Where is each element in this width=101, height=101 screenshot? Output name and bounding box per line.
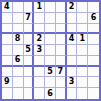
cell-r3c5[interactable] bbox=[45, 24, 56, 35]
cell-r3c1[interactable] bbox=[2, 24, 13, 35]
cell-r4c6[interactable] bbox=[56, 34, 67, 45]
cell-r1c3[interactable] bbox=[24, 2, 35, 13]
cell-r1c4[interactable]: 1 bbox=[34, 2, 45, 13]
cell-r6c5[interactable] bbox=[45, 56, 56, 67]
cell-r8c5[interactable] bbox=[45, 77, 56, 88]
cell-r5c4[interactable]: 3 bbox=[34, 45, 45, 56]
cell-r7c9[interactable] bbox=[88, 67, 99, 78]
cell-r8c9[interactable] bbox=[88, 77, 99, 88]
cell-r9c4[interactable] bbox=[34, 88, 45, 99]
cell-r9c3[interactable] bbox=[24, 88, 35, 99]
cell-r9c6[interactable] bbox=[56, 88, 67, 99]
cell-r4c9[interactable] bbox=[88, 34, 99, 45]
cell-r8c8[interactable] bbox=[77, 77, 88, 88]
cell-r7c6[interactable]: 7 bbox=[56, 67, 67, 78]
cell-r1c2[interactable] bbox=[13, 2, 24, 13]
cell-r6c8[interactable] bbox=[77, 56, 88, 67]
cell-r1c9[interactable] bbox=[88, 2, 99, 13]
cell-r3c6[interactable] bbox=[56, 24, 67, 35]
cell-r9c9[interactable] bbox=[88, 88, 99, 99]
cell-r3c9[interactable] bbox=[88, 24, 99, 35]
cell-r3c2[interactable] bbox=[13, 24, 24, 35]
cell-r2c6[interactable] bbox=[56, 13, 67, 24]
cell-r5c1[interactable] bbox=[2, 45, 13, 56]
cell-r2c5[interactable] bbox=[45, 13, 56, 24]
cell-r4c3[interactable] bbox=[24, 34, 35, 45]
cell-r6c6[interactable] bbox=[56, 56, 67, 67]
cell-r2c8[interactable] bbox=[77, 13, 88, 24]
cell-r5c7[interactable] bbox=[67, 45, 78, 56]
cell-r2c9[interactable]: 6 bbox=[88, 13, 99, 24]
cell-r6c4[interactable] bbox=[34, 56, 45, 67]
cell-r8c7[interactable]: 3 bbox=[67, 77, 78, 88]
cell-r8c6[interactable] bbox=[56, 77, 67, 88]
cell-r7c4[interactable] bbox=[34, 67, 45, 78]
cell-r7c8[interactable] bbox=[77, 67, 88, 78]
cell-r2c7[interactable] bbox=[67, 13, 78, 24]
cell-r5c8[interactable] bbox=[77, 45, 88, 56]
cell-r4c8[interactable]: 1 bbox=[77, 34, 88, 45]
cell-r8c4[interactable] bbox=[34, 77, 45, 88]
cell-r6c2[interactable]: 6 bbox=[13, 56, 24, 67]
cell-r4c1[interactable] bbox=[2, 34, 13, 45]
cell-r9c1[interactable] bbox=[2, 88, 13, 99]
cell-r7c2[interactable] bbox=[13, 67, 24, 78]
cell-r7c5[interactable]: 5 bbox=[45, 67, 56, 78]
cell-r1c6[interactable] bbox=[56, 2, 67, 13]
cell-r4c2[interactable]: 8 bbox=[13, 34, 24, 45]
cell-r1c8[interactable] bbox=[77, 2, 88, 13]
cell-r9c8[interactable] bbox=[77, 88, 88, 99]
cell-r1c1[interactable]: 4 bbox=[2, 2, 13, 13]
cell-r7c3[interactable] bbox=[24, 67, 35, 78]
cell-r8c1[interactable]: 9 bbox=[2, 77, 13, 88]
cell-r1c7[interactable]: 2 bbox=[67, 2, 78, 13]
cell-r4c7[interactable]: 4 bbox=[67, 34, 78, 45]
cell-r7c1[interactable] bbox=[2, 67, 13, 78]
cell-r6c7[interactable] bbox=[67, 56, 78, 67]
sudoku-board: 41276824153657936 bbox=[0, 0, 101, 101]
cell-r6c9[interactable] bbox=[88, 56, 99, 67]
cell-r5c5[interactable] bbox=[45, 45, 56, 56]
cell-r3c8[interactable] bbox=[77, 24, 88, 35]
cell-r9c5[interactable]: 6 bbox=[45, 88, 56, 99]
cell-r1c5[interactable] bbox=[45, 2, 56, 13]
cell-r6c3[interactable] bbox=[24, 56, 35, 67]
cell-r9c2[interactable] bbox=[13, 88, 24, 99]
cell-r8c3[interactable] bbox=[24, 77, 35, 88]
cell-r5c3[interactable]: 5 bbox=[24, 45, 35, 56]
cell-r4c5[interactable] bbox=[45, 34, 56, 45]
cell-r3c7[interactable] bbox=[67, 24, 78, 35]
cell-r3c4[interactable] bbox=[34, 24, 45, 35]
cell-r2c1[interactable] bbox=[2, 13, 13, 24]
cell-r6c1[interactable] bbox=[2, 56, 13, 67]
cell-r5c2[interactable] bbox=[13, 45, 24, 56]
cell-r9c7[interactable] bbox=[67, 88, 78, 99]
cell-r4c4[interactable]: 2 bbox=[34, 34, 45, 45]
cell-r2c2[interactable] bbox=[13, 13, 24, 24]
cell-r3c3[interactable] bbox=[24, 24, 35, 35]
cell-r2c4[interactable] bbox=[34, 13, 45, 24]
cell-r7c7[interactable] bbox=[67, 67, 78, 78]
cell-r5c6[interactable] bbox=[56, 45, 67, 56]
cell-r2c3[interactable]: 7 bbox=[24, 13, 35, 24]
cell-r5c9[interactable] bbox=[88, 45, 99, 56]
cell-r8c2[interactable] bbox=[13, 77, 24, 88]
